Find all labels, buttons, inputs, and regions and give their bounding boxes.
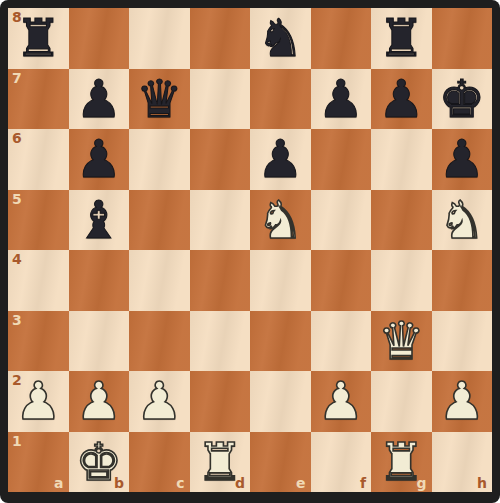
square-c2[interactable]: ♟ [129, 371, 190, 432]
black-queen[interactable]: ♛ [136, 69, 183, 130]
square-e7[interactable] [250, 69, 311, 130]
square-h3[interactable] [432, 311, 493, 372]
square-h7[interactable]: ♚ [432, 69, 493, 130]
rank-label-4: 4 [12, 251, 22, 267]
square-d1[interactable]: ♜d [190, 432, 251, 493]
square-a2[interactable]: ♟2 [8, 371, 69, 432]
square-b7[interactable]: ♟ [69, 69, 130, 130]
white-pawn[interactable]: ♟ [317, 371, 364, 432]
square-d3[interactable] [190, 311, 251, 372]
rank-label-6: 6 [12, 130, 22, 146]
chess-board: ♜8♞♜7♟♛♟♟♚6♟♟♟5♝♞♞43♛♟2♟♟♟♟1a♚bc♜def♜gh [8, 8, 492, 492]
white-pawn[interactable]: ♟ [75, 371, 122, 432]
white-rook[interactable]: ♜ [196, 432, 243, 493]
file-label-a: a [54, 475, 63, 491]
square-e3[interactable] [250, 311, 311, 372]
rank-label-5: 5 [12, 191, 22, 207]
square-a5[interactable]: 5 [8, 190, 69, 251]
square-b6[interactable]: ♟ [69, 129, 130, 190]
square-e4[interactable] [250, 250, 311, 311]
square-f3[interactable] [311, 311, 372, 372]
file-label-e: e [296, 475, 306, 491]
square-e6[interactable]: ♟ [250, 129, 311, 190]
black-pawn[interactable]: ♟ [75, 69, 122, 130]
square-g8[interactable]: ♜ [371, 8, 432, 69]
square-f7[interactable]: ♟ [311, 69, 372, 130]
black-bishop[interactable]: ♝ [75, 190, 122, 251]
white-pawn[interactable]: ♟ [136, 371, 183, 432]
square-d6[interactable] [190, 129, 251, 190]
black-pawn[interactable]: ♟ [438, 129, 485, 190]
rank-label-7: 7 [12, 70, 22, 86]
square-b1[interactable]: ♚b [69, 432, 130, 493]
square-d4[interactable] [190, 250, 251, 311]
square-a1[interactable]: 1a [8, 432, 69, 493]
file-label-c: c [176, 475, 184, 491]
square-g5[interactable] [371, 190, 432, 251]
square-c3[interactable] [129, 311, 190, 372]
white-rook[interactable]: ♜ [378, 432, 425, 493]
square-b8[interactable] [69, 8, 130, 69]
black-king[interactable]: ♚ [438, 69, 485, 130]
square-e8[interactable]: ♞ [250, 8, 311, 69]
square-d7[interactable] [190, 69, 251, 130]
square-c8[interactable] [129, 8, 190, 69]
square-c5[interactable] [129, 190, 190, 251]
white-knight[interactable]: ♞ [438, 190, 485, 251]
square-f8[interactable] [311, 8, 372, 69]
square-g7[interactable]: ♟ [371, 69, 432, 130]
square-e2[interactable] [250, 371, 311, 432]
square-g4[interactable] [371, 250, 432, 311]
black-pawn[interactable]: ♟ [317, 69, 364, 130]
square-a4[interactable]: 4 [8, 250, 69, 311]
white-knight[interactable]: ♞ [257, 190, 304, 251]
square-d5[interactable] [190, 190, 251, 251]
square-b4[interactable] [69, 250, 130, 311]
square-e1[interactable]: e [250, 432, 311, 493]
square-h8[interactable] [432, 8, 493, 69]
black-pawn[interactable]: ♟ [257, 129, 304, 190]
square-a6[interactable]: 6 [8, 129, 69, 190]
square-g1[interactable]: ♜g [371, 432, 432, 493]
square-g6[interactable] [371, 129, 432, 190]
white-king[interactable]: ♚ [75, 432, 122, 493]
square-g3[interactable]: ♛ [371, 311, 432, 372]
square-c1[interactable]: c [129, 432, 190, 493]
square-g2[interactable] [371, 371, 432, 432]
square-h4[interactable] [432, 250, 493, 311]
white-pawn[interactable]: ♟ [438, 371, 485, 432]
square-h6[interactable]: ♟ [432, 129, 493, 190]
chess-board-frame: ♜8♞♜7♟♛♟♟♚6♟♟♟5♝♞♞43♛♟2♟♟♟♟1a♚bc♜def♜gh [0, 0, 500, 503]
file-label-h: h [477, 475, 487, 491]
square-c4[interactable] [129, 250, 190, 311]
black-pawn[interactable]: ♟ [378, 69, 425, 130]
white-queen[interactable]: ♛ [378, 311, 425, 372]
square-b2[interactable]: ♟ [69, 371, 130, 432]
square-h5[interactable]: ♞ [432, 190, 493, 251]
square-f4[interactable] [311, 250, 372, 311]
square-h1[interactable]: h [432, 432, 493, 493]
square-c7[interactable]: ♛ [129, 69, 190, 130]
square-a3[interactable]: 3 [8, 311, 69, 372]
rank-label-1: 1 [12, 433, 22, 449]
square-b3[interactable] [69, 311, 130, 372]
square-h2[interactable]: ♟ [432, 371, 493, 432]
rank-label-3: 3 [12, 312, 22, 328]
black-pawn[interactable]: ♟ [75, 129, 122, 190]
black-rook[interactable]: ♜ [378, 8, 425, 69]
square-f6[interactable] [311, 129, 372, 190]
square-d2[interactable] [190, 371, 251, 432]
square-f1[interactable]: f [311, 432, 372, 493]
square-d8[interactable] [190, 8, 251, 69]
file-label-f: f [360, 475, 366, 491]
white-pawn[interactable]: ♟ [15, 371, 62, 432]
square-a8[interactable]: ♜8 [8, 8, 69, 69]
black-knight[interactable]: ♞ [257, 8, 304, 69]
square-a7[interactable]: 7 [8, 69, 69, 130]
square-e5[interactable]: ♞ [250, 190, 311, 251]
black-rook[interactable]: ♜ [15, 8, 62, 69]
square-b5[interactable]: ♝ [69, 190, 130, 251]
square-f2[interactable]: ♟ [311, 371, 372, 432]
square-c6[interactable] [129, 129, 190, 190]
square-f5[interactable] [311, 190, 372, 251]
